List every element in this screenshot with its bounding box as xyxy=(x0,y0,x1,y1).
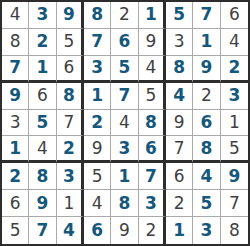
sudoku-cell-r1c8[interactable]: 7 xyxy=(193,2,220,29)
sudoku-cell-r3c5[interactable]: 5 xyxy=(111,56,138,83)
sudoku-cell-r3c9[interactable]: 2 xyxy=(221,56,248,83)
sudoku-cell-r5c2[interactable]: 5 xyxy=(29,110,56,137)
sudoku-cell-r2c6[interactable]: 9 xyxy=(139,29,166,56)
sudoku-cell-r2c4[interactable]: 7 xyxy=(84,29,111,56)
sudoku-cell-r4c9[interactable]: 3 xyxy=(221,83,248,110)
sudoku-cell-r1c2[interactable]: 3 xyxy=(29,2,56,29)
sudoku-cell-r9c8[interactable]: 3 xyxy=(193,217,220,244)
sudoku-cell-r6c2[interactable]: 4 xyxy=(29,136,56,163)
sudoku-cell-r6c1[interactable]: 1 xyxy=(2,136,29,163)
sudoku-cell-r7c1[interactable]: 2 xyxy=(2,163,29,190)
sudoku-cell-r4c6[interactable]: 5 xyxy=(139,83,166,110)
sudoku-cell-r1c5[interactable]: 2 xyxy=(111,2,138,29)
sudoku-cell-r3c2[interactable]: 1 xyxy=(29,56,56,83)
sudoku-cell-r8c5[interactable]: 8 xyxy=(111,190,138,217)
sudoku-cell-r2c8[interactable]: 1 xyxy=(193,29,220,56)
sudoku-cell-r6c3[interactable]: 2 xyxy=(57,136,84,163)
sudoku-cell-r2c5[interactable]: 6 xyxy=(111,29,138,56)
sudoku-cell-r9c2[interactable]: 7 xyxy=(29,217,56,244)
sudoku-cell-r3c7[interactable]: 8 xyxy=(166,56,193,83)
sudoku-cell-r1c4[interactable]: 8 xyxy=(84,2,111,29)
sudoku-cell-r7c4[interactable]: 5 xyxy=(84,163,111,190)
sudoku-cell-r5c3[interactable]: 7 xyxy=(57,110,84,137)
sudoku-cell-r4c8[interactable]: 2 xyxy=(193,83,220,110)
sudoku-cell-r4c7[interactable]: 4 xyxy=(166,83,193,110)
sudoku-cell-r9c3[interactable]: 4 xyxy=(57,217,84,244)
sudoku-cell-r5c1[interactable]: 3 xyxy=(2,110,29,137)
sudoku-cell-r6c4[interactable]: 9 xyxy=(84,136,111,163)
sudoku-cell-r9c1[interactable]: 5 xyxy=(2,217,29,244)
sudoku-cell-r4c4[interactable]: 1 xyxy=(84,83,111,110)
sudoku-cell-r8c1[interactable]: 6 xyxy=(2,190,29,217)
sudoku-cell-r3c3[interactable]: 6 xyxy=(57,56,84,83)
sudoku-cell-r9c7[interactable]: 1 xyxy=(166,217,193,244)
sudoku-cell-r7c6[interactable]: 7 xyxy=(139,163,166,190)
sudoku-board: 4398215768257693147163548929681754233572… xyxy=(0,0,250,246)
sudoku-cell-r6c6[interactable]: 6 xyxy=(139,136,166,163)
sudoku-cell-r6c8[interactable]: 8 xyxy=(193,136,220,163)
sudoku-cell-r7c3[interactable]: 3 xyxy=(57,163,84,190)
sudoku-cell-r4c3[interactable]: 8 xyxy=(57,83,84,110)
sudoku-cell-r3c1[interactable]: 7 xyxy=(2,56,29,83)
sudoku-cell-r1c9[interactable]: 6 xyxy=(221,2,248,29)
sudoku-cell-r2c3[interactable]: 5 xyxy=(57,29,84,56)
sudoku-cell-r7c9[interactable]: 9 xyxy=(221,163,248,190)
sudoku-cell-r9c4[interactable]: 6 xyxy=(84,217,111,244)
sudoku-cell-r5c8[interactable]: 6 xyxy=(193,110,220,137)
sudoku-cell-r8c4[interactable]: 4 xyxy=(84,190,111,217)
sudoku-cell-r1c3[interactable]: 9 xyxy=(57,2,84,29)
sudoku-cell-r7c7[interactable]: 6 xyxy=(166,163,193,190)
sudoku-cell-r6c5[interactable]: 3 xyxy=(111,136,138,163)
sudoku-cell-r8c2[interactable]: 9 xyxy=(29,190,56,217)
sudoku-cell-r1c7[interactable]: 5 xyxy=(166,2,193,29)
sudoku-cell-r4c1[interactable]: 9 xyxy=(2,83,29,110)
sudoku-cell-r5c7[interactable]: 9 xyxy=(166,110,193,137)
sudoku-cell-r8c3[interactable]: 1 xyxy=(57,190,84,217)
sudoku-cell-r5c5[interactable]: 4 xyxy=(111,110,138,137)
sudoku-cell-r9c9[interactable]: 8 xyxy=(221,217,248,244)
sudoku-cell-r5c9[interactable]: 1 xyxy=(221,110,248,137)
sudoku-cell-r8c7[interactable]: 2 xyxy=(166,190,193,217)
sudoku-cell-r9c5[interactable]: 9 xyxy=(111,217,138,244)
sudoku-cell-r3c6[interactable]: 4 xyxy=(139,56,166,83)
sudoku-cell-r2c2[interactable]: 2 xyxy=(29,29,56,56)
sudoku-cell-r8c9[interactable]: 7 xyxy=(221,190,248,217)
sudoku-cell-r1c1[interactable]: 4 xyxy=(2,2,29,29)
sudoku-cell-r2c9[interactable]: 4 xyxy=(221,29,248,56)
sudoku-cell-r7c5[interactable]: 1 xyxy=(111,163,138,190)
sudoku-cell-r3c8[interactable]: 9 xyxy=(193,56,220,83)
sudoku-cell-r9c6[interactable]: 2 xyxy=(139,217,166,244)
sudoku-cell-r5c4[interactable]: 2 xyxy=(84,110,111,137)
sudoku-cell-r6c9[interactable]: 5 xyxy=(221,136,248,163)
sudoku-cell-r4c2[interactable]: 6 xyxy=(29,83,56,110)
sudoku-cell-r3c4[interactable]: 3 xyxy=(84,56,111,83)
sudoku-cell-r8c6[interactable]: 3 xyxy=(139,190,166,217)
sudoku-cell-r4c5[interactable]: 7 xyxy=(111,83,138,110)
sudoku-cell-r1c6[interactable]: 1 xyxy=(139,2,166,29)
sudoku-cell-r7c2[interactable]: 8 xyxy=(29,163,56,190)
sudoku-cell-r2c1[interactable]: 8 xyxy=(2,29,29,56)
sudoku-cell-r8c8[interactable]: 5 xyxy=(193,190,220,217)
sudoku-cell-r7c8[interactable]: 4 xyxy=(193,163,220,190)
sudoku-cell-r2c7[interactable]: 3 xyxy=(166,29,193,56)
sudoku-cell-r6c7[interactable]: 7 xyxy=(166,136,193,163)
sudoku-cell-r5c6[interactable]: 8 xyxy=(139,110,166,137)
